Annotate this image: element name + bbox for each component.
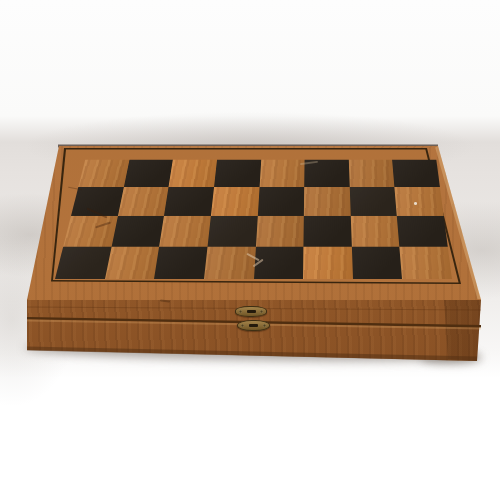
board-square bbox=[400, 246, 452, 279]
board-square bbox=[124, 160, 173, 187]
board-square bbox=[211, 187, 259, 216]
board-square bbox=[214, 160, 261, 187]
board-square bbox=[257, 187, 304, 216]
board-square bbox=[352, 246, 403, 279]
clasp-screw bbox=[239, 310, 242, 313]
board-square bbox=[395, 187, 444, 216]
board-square bbox=[254, 246, 304, 279]
board-square bbox=[164, 187, 214, 216]
board-square bbox=[154, 246, 207, 279]
board-square bbox=[169, 160, 217, 187]
board-square bbox=[259, 160, 305, 187]
board-square bbox=[255, 216, 303, 247]
clasp-slot bbox=[247, 310, 256, 314]
board-square bbox=[63, 216, 117, 247]
brass-clasp-lower bbox=[237, 320, 270, 332]
board-square bbox=[105, 246, 160, 279]
board-square bbox=[118, 187, 169, 216]
board-square bbox=[303, 246, 353, 279]
scene-photo bbox=[0, 0, 500, 500]
clasp-screw bbox=[241, 324, 244, 327]
board-square bbox=[55, 246, 111, 279]
clasp-screw bbox=[263, 324, 266, 327]
board-square bbox=[159, 216, 210, 247]
board-square bbox=[207, 216, 257, 247]
board-square bbox=[304, 216, 352, 247]
chessboard-plane bbox=[55, 160, 452, 279]
board-square bbox=[78, 160, 129, 187]
board-square bbox=[204, 246, 256, 279]
board-square bbox=[351, 216, 400, 247]
clasp-screw bbox=[260, 310, 263, 313]
clasp-slot bbox=[249, 324, 258, 328]
board-square bbox=[397, 216, 448, 247]
board-square bbox=[304, 187, 351, 216]
board-square bbox=[349, 160, 395, 187]
board-square bbox=[304, 160, 349, 187]
board-square bbox=[111, 216, 164, 247]
paint-speck bbox=[414, 202, 417, 205]
board-square bbox=[392, 160, 439, 187]
board-square bbox=[350, 187, 398, 216]
brass-clasp-upper bbox=[235, 306, 267, 317]
chessboard-grid bbox=[55, 160, 452, 279]
